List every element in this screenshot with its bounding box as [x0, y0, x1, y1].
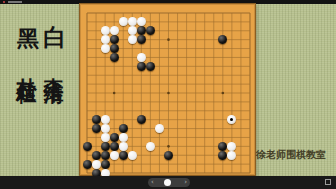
- black-stone[interactable]: [83, 160, 92, 169]
- black-stone[interactable]: [110, 142, 119, 151]
- white-stone[interactable]: [110, 26, 119, 35]
- white-stone[interactable]: [128, 35, 137, 44]
- black-stone[interactable]: [92, 124, 101, 133]
- white-stone[interactable]: [128, 26, 137, 35]
- previous-move-icon[interactable]: ‹: [151, 178, 154, 187]
- white-player-name: 李维清: [44, 62, 64, 71]
- black-stone[interactable]: [110, 44, 119, 53]
- star-point: [167, 92, 170, 95]
- black-stone[interactable]: [101, 151, 110, 160]
- white-stone[interactable]: [101, 124, 110, 133]
- white-stone[interactable]: [92, 160, 101, 169]
- white-stone[interactable]: [101, 44, 110, 53]
- white-stone[interactable]: [119, 133, 128, 142]
- fullscreen-icon[interactable]: [325, 179, 331, 185]
- star-point: [167, 145, 170, 148]
- white-stone[interactable]: [146, 142, 155, 151]
- white-stone[interactable]: [110, 151, 119, 160]
- black-player-name: 朴廷桓: [17, 62, 37, 71]
- watermark-text: 徐老师围棋教室: [256, 148, 332, 162]
- white-stone[interactable]: [101, 35, 110, 44]
- last-move-marker: [230, 118, 233, 121]
- player-control-bar: ‹ ›: [0, 176, 336, 189]
- black-stone[interactable]: [92, 151, 101, 160]
- white-stone[interactable]: [155, 124, 164, 133]
- black-stone[interactable]: [137, 35, 146, 44]
- black-stone[interactable]: [110, 53, 119, 62]
- white-stone[interactable]: [101, 26, 110, 35]
- black-stone[interactable]: [110, 35, 119, 44]
- move-navigation-toggle[interactable]: ‹ ›: [148, 178, 190, 187]
- black-stone[interactable]: [101, 160, 110, 169]
- black-stone[interactable]: [83, 142, 92, 151]
- white-stone[interactable]: [119, 142, 128, 151]
- black-stone[interactable]: [164, 151, 173, 160]
- white-player-label: 白: [43, 26, 66, 49]
- black-stone[interactable]: [92, 115, 101, 124]
- black-stone[interactable]: [110, 133, 119, 142]
- titlebar-text: [8, 1, 22, 3]
- black-stone[interactable]: [137, 62, 146, 71]
- next-move-icon[interactable]: ›: [184, 178, 187, 187]
- black-stone[interactable]: [137, 115, 146, 124]
- black-stone[interactable]: [119, 151, 128, 160]
- go-board[interactable]: [79, 3, 256, 176]
- white-stone[interactable]: [101, 133, 110, 142]
- titlebar-record-icon: [3, 1, 5, 3]
- toggle-knob[interactable]: [164, 179, 171, 186]
- star-point: [222, 92, 225, 95]
- black-stone[interactable]: [146, 62, 155, 71]
- star-point: [113, 92, 116, 95]
- white-stone[interactable]: [101, 115, 110, 124]
- app-window: 黑 白 朴廷桓 李维清 徐老师围棋教室 ‹ ›: [0, 0, 336, 189]
- black-stone[interactable]: [218, 151, 227, 160]
- black-stone[interactable]: [101, 142, 110, 151]
- star-point: [167, 38, 170, 41]
- white-stone[interactable]: [137, 53, 146, 62]
- white-stone[interactable]: [128, 151, 137, 160]
- black-stone[interactable]: [119, 124, 128, 133]
- black-player-label: 黑: [17, 28, 39, 50]
